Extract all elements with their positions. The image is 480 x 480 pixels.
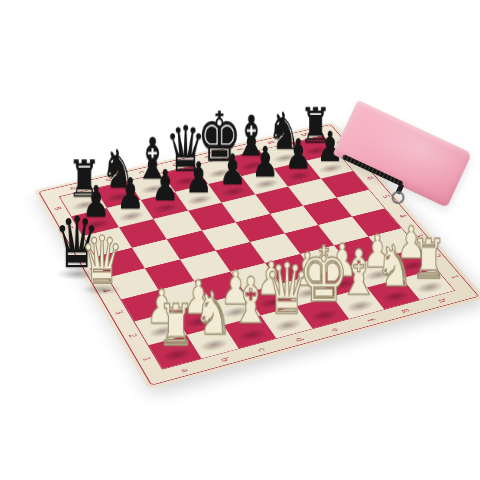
coord-label-a: a (180, 367, 192, 373)
piece-shadow (307, 307, 343, 325)
piece-shadow (412, 279, 448, 296)
coord-label-g: g (266, 140, 276, 144)
coord-label-3: 3 (112, 310, 124, 316)
piece-shadow (342, 297, 378, 314)
square-g4 (318, 217, 368, 245)
piece-shadow (270, 316, 306, 334)
coord-label-a: a (69, 186, 79, 190)
coord-label-b: b (103, 178, 114, 183)
coord-label-6: 6 (364, 176, 375, 181)
coord-label-4: 4 (396, 214, 407, 219)
coord-label-c: c (137, 170, 147, 174)
extra-white-queen: ♛ (78, 227, 126, 293)
piece-shadow (158, 346, 195, 365)
coord-label-5: 5 (380, 194, 391, 199)
coord-label-1: 1 (139, 356, 151, 362)
chess-set-product-photo: abcdefgh abcdefgh 87654321 87654321 ♜♞♝♛… (0, 0, 480, 480)
coord-label-d: d (170, 162, 180, 166)
coord-label-f: f (235, 148, 245, 152)
coord-label-h: h (298, 133, 308, 137)
piece-shadow (233, 326, 269, 344)
piece-shadow (378, 288, 414, 305)
piece-shadow (196, 336, 233, 354)
coord-label-e: e (203, 155, 213, 159)
